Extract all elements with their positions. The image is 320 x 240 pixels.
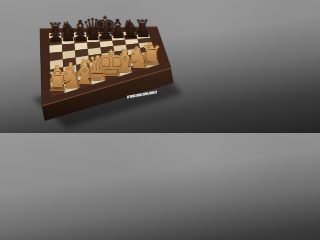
chess-set-photo: ♜♞♝♛♚♝♞♜♟♟♟♟♟♟♟♟♟♟♟♟♟♟♟♟♜♞♝♛♚♝♞♜ <box>0 0 200 133</box>
white-rook-h1[interactable]: ♜ <box>140 40 164 71</box>
chess-board: ♜♞♝♛♚♝♞♜♟♟♟♟♟♟♟♟♟♟♟♟♟♟♟♟♜♞♝♛♚♝♞♜ <box>0 0 200 133</box>
